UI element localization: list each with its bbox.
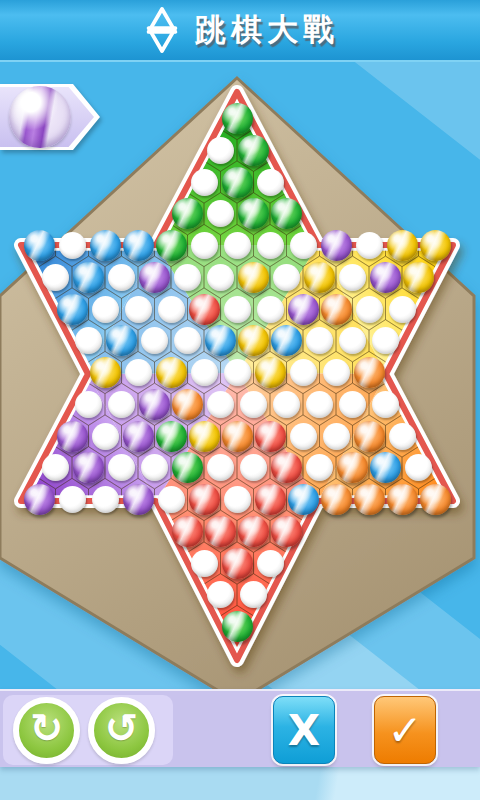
- empty-hole[interactable]: [75, 327, 102, 354]
- bottom-background-strip: [0, 767, 480, 800]
- red-marble[interactable]: [205, 516, 236, 547]
- green-marble[interactable]: [222, 167, 253, 198]
- red-marble[interactable]: [238, 516, 269, 547]
- empty-hole[interactable]: [108, 454, 135, 481]
- green-marble[interactable]: [238, 198, 269, 229]
- green-marble[interactable]: [238, 135, 269, 166]
- empty-hole[interactable]: [290, 359, 317, 386]
- empty-hole[interactable]: [207, 391, 234, 418]
- empty-hole[interactable]: [306, 391, 333, 418]
- empty-hole[interactable]: [42, 264, 69, 291]
- empty-hole[interactable]: [257, 296, 284, 323]
- empty-hole[interactable]: [273, 264, 300, 291]
- empty-hole[interactable]: [306, 454, 333, 481]
- empty-hole[interactable]: [174, 264, 201, 291]
- empty-hole[interactable]: [158, 486, 185, 513]
- check-icon: ✓: [387, 706, 422, 755]
- red-marble[interactable]: [189, 294, 220, 325]
- rotate-ccw-icon: ↺: [105, 705, 139, 751]
- empty-hole[interactable]: [323, 423, 350, 450]
- empty-hole[interactable]: [339, 264, 366, 291]
- orange-marble[interactable]: [172, 389, 203, 420]
- yellow-marble[interactable]: [238, 325, 269, 356]
- red-marble[interactable]: [271, 452, 302, 483]
- empty-hole[interactable]: [59, 232, 86, 259]
- orange-marble[interactable]: [321, 294, 352, 325]
- empty-hole[interactable]: [240, 391, 267, 418]
- purple-marble[interactable]: [370, 262, 401, 293]
- blue-marble[interactable]: [205, 325, 236, 356]
- empty-hole[interactable]: [92, 296, 119, 323]
- yellow-marble[interactable]: [420, 230, 451, 261]
- empty-hole[interactable]: [240, 454, 267, 481]
- empty-hole[interactable]: [257, 169, 284, 196]
- empty-hole[interactable]: [191, 550, 218, 577]
- blue-marble[interactable]: [288, 484, 319, 515]
- blue-marble[interactable]: [57, 294, 88, 325]
- empty-hole[interactable]: [323, 359, 350, 386]
- purple-marble[interactable]: [139, 262, 170, 293]
- empty-hole[interactable]: [356, 296, 383, 323]
- empty-hole[interactable]: [290, 232, 317, 259]
- empty-hole[interactable]: [207, 581, 234, 608]
- empty-hole[interactable]: [108, 264, 135, 291]
- empty-hole[interactable]: [125, 359, 152, 386]
- green-marble[interactable]: [156, 421, 187, 452]
- empty-hole[interactable]: [224, 359, 251, 386]
- empty-hole[interactable]: [108, 391, 135, 418]
- empty-hole[interactable]: [191, 169, 218, 196]
- empty-hole[interactable]: [257, 550, 284, 577]
- blue-marble[interactable]: [90, 230, 121, 261]
- yellow-marble[interactable]: [403, 262, 434, 293]
- empty-hole[interactable]: [207, 264, 234, 291]
- empty-hole[interactable]: [75, 391, 102, 418]
- green-marble[interactable]: [172, 452, 203, 483]
- orange-marble[interactable]: [420, 484, 451, 515]
- blue-marble[interactable]: [24, 230, 55, 261]
- cancel-button[interactable]: X: [273, 696, 335, 764]
- app-title: 跳棋大戰: [195, 9, 339, 51]
- empty-hole[interactable]: [158, 296, 185, 323]
- redo-button[interactable]: ↺: [88, 697, 155, 764]
- red-marble[interactable]: [255, 421, 286, 452]
- empty-hole[interactable]: [207, 454, 234, 481]
- empty-hole[interactable]: [240, 581, 267, 608]
- yellow-marble[interactable]: [189, 421, 220, 452]
- blue-marble[interactable]: [106, 325, 137, 356]
- empty-hole[interactable]: [42, 454, 69, 481]
- empty-hole[interactable]: [224, 232, 251, 259]
- empty-hole[interactable]: [290, 423, 317, 450]
- purple-marble[interactable]: [288, 294, 319, 325]
- yellow-marble[interactable]: [156, 357, 187, 388]
- empty-hole[interactable]: [207, 137, 234, 164]
- orange-marble[interactable]: [387, 484, 418, 515]
- yellow-marble[interactable]: [238, 262, 269, 293]
- empty-hole[interactable]: [59, 486, 86, 513]
- rotate-cw-icon: ↻: [30, 705, 64, 751]
- empty-hole[interactable]: [356, 232, 383, 259]
- empty-hole[interactable]: [207, 200, 234, 227]
- empty-hole[interactable]: [372, 391, 399, 418]
- game-screen: 跳棋大戰 ↻ ↺ X ✓: [0, 0, 480, 800]
- purple-marble[interactable]: [321, 230, 352, 261]
- current-player-purple-marble: [9, 86, 71, 148]
- yellow-marble[interactable]: [255, 357, 286, 388]
- empty-hole[interactable]: [141, 454, 168, 481]
- empty-hole[interactable]: [224, 486, 251, 513]
- confirm-button[interactable]: ✓: [374, 696, 436, 764]
- purple-marble[interactable]: [123, 421, 154, 452]
- red-marble[interactable]: [222, 548, 253, 579]
- empty-hole[interactable]: [224, 296, 251, 323]
- empty-hole[interactable]: [389, 423, 416, 450]
- orange-marble[interactable]: [354, 421, 385, 452]
- empty-hole[interactable]: [389, 296, 416, 323]
- yellow-marble[interactable]: [90, 357, 121, 388]
- bottom-toolbar: ↻ ↺ X ✓: [0, 689, 480, 767]
- green-marble[interactable]: [172, 198, 203, 229]
- blue-marble[interactable]: [73, 262, 104, 293]
- title-bar: 跳棋大戰: [0, 0, 480, 62]
- orange-marble[interactable]: [354, 484, 385, 515]
- empty-hole[interactable]: [339, 391, 366, 418]
- empty-hole[interactable]: [405, 454, 432, 481]
- empty-hole[interactable]: [125, 296, 152, 323]
- purple-marble[interactable]: [139, 389, 170, 420]
- yellow-marble[interactable]: [304, 262, 335, 293]
- x-icon: X: [288, 706, 320, 755]
- red-marble[interactable]: [189, 484, 220, 515]
- purple-marble[interactable]: [73, 452, 104, 483]
- empty-hole[interactable]: [257, 232, 284, 259]
- orange-marble[interactable]: [321, 484, 352, 515]
- yellow-marble[interactable]: [387, 230, 418, 261]
- empty-hole[interactable]: [92, 486, 119, 513]
- green-marble[interactable]: [156, 230, 187, 261]
- purple-marble[interactable]: [57, 421, 88, 452]
- red-marble[interactable]: [271, 516, 302, 547]
- red-marble[interactable]: [172, 516, 203, 547]
- green-marble[interactable]: [222, 611, 253, 642]
- turn-indicator: [0, 84, 100, 150]
- empty-hole[interactable]: [372, 327, 399, 354]
- blue-marble[interactable]: [370, 452, 401, 483]
- empty-hole[interactable]: [191, 359, 218, 386]
- green-marble[interactable]: [271, 198, 302, 229]
- red-marble[interactable]: [255, 484, 286, 515]
- green-marble[interactable]: [222, 103, 253, 134]
- empty-hole[interactable]: [273, 391, 300, 418]
- purple-marble[interactable]: [24, 484, 55, 515]
- orange-marble[interactable]: [354, 357, 385, 388]
- undo-button[interactable]: ↻: [13, 697, 80, 764]
- blue-marble[interactable]: [271, 325, 302, 356]
- empty-hole[interactable]: [191, 232, 218, 259]
- empty-hole[interactable]: [141, 327, 168, 354]
- empty-hole[interactable]: [339, 327, 366, 354]
- empty-hole[interactable]: [174, 327, 201, 354]
- orange-marble[interactable]: [337, 452, 368, 483]
- empty-hole[interactable]: [92, 423, 119, 450]
- hexagram-star-icon: [141, 6, 183, 54]
- purple-marble[interactable]: [123, 484, 154, 515]
- blue-marble[interactable]: [123, 230, 154, 261]
- orange-marble[interactable]: [222, 421, 253, 452]
- empty-hole[interactable]: [306, 327, 333, 354]
